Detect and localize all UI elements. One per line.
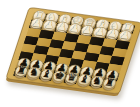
chess-board: ♜♞♝♚♛♝♞♜♟♟♟♟♟♟♟♟♟♟♟♟♟♟♟♟♜♞♝♚♛♝♞♜ <box>5 7 140 94</box>
scene-background: ♜♞♝♚♛♝♞♜♟♟♟♟♟♟♟♟♟♟♟♟♟♟♟♟♜♞♝♚♛♝♞♜ <box>0 0 140 107</box>
white-pawn-icon: ♟ <box>119 30 132 41</box>
black-rook-icon: ♜ <box>103 77 116 88</box>
square-a8[interactable]: ♜ <box>102 80 117 90</box>
piece-black-rook[interactable]: ♜ <box>101 77 117 89</box>
board-perspective-wrap: ♜♞♝♚♛♝♞♜♟♟♟♟♟♟♟♟♟♟♟♟♟♟♟♟♜♞♝♚♛♝♞♜ <box>6 7 140 93</box>
